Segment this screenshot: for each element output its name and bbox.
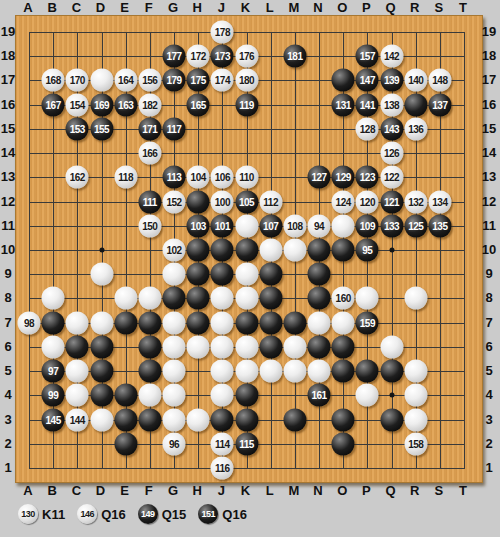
stone-Q17: 139 bbox=[380, 69, 403, 92]
stone-N11: 94 bbox=[308, 214, 331, 237]
row-label-right-18: 18 bbox=[482, 48, 496, 63]
stone-O8: 160 bbox=[332, 287, 355, 310]
col-label-bottom-C: C bbox=[72, 483, 81, 498]
stone-S11: 135 bbox=[428, 214, 451, 237]
stone-R15: 136 bbox=[404, 117, 427, 140]
stone-P8 bbox=[356, 287, 379, 310]
stone-G8 bbox=[163, 287, 186, 310]
row-label-left-18: 18 bbox=[1, 48, 15, 63]
stone-D5 bbox=[90, 360, 113, 383]
row-label-right-16: 16 bbox=[482, 96, 496, 111]
col-label-top-M: M bbox=[288, 0, 299, 15]
stone-D17 bbox=[90, 69, 113, 92]
col-label-top-J: J bbox=[218, 0, 225, 15]
col-label-bottom-F: F bbox=[145, 483, 153, 498]
row-label-right-5: 5 bbox=[485, 363, 492, 378]
stone-Q18: 142 bbox=[380, 45, 403, 68]
stone-F5 bbox=[138, 360, 161, 383]
stone-H3 bbox=[187, 408, 210, 431]
stone-R16 bbox=[404, 93, 427, 116]
stone-H11: 103 bbox=[187, 214, 210, 237]
stone-O11 bbox=[332, 214, 355, 237]
stone-C17: 170 bbox=[66, 69, 89, 92]
stone-F3 bbox=[138, 408, 161, 431]
stone-L11: 107 bbox=[259, 214, 282, 237]
col-label-top-L: L bbox=[266, 0, 274, 15]
stone-G15: 117 bbox=[163, 117, 186, 140]
stone-E3 bbox=[114, 408, 137, 431]
stone-L7 bbox=[259, 311, 282, 334]
stone-G17: 179 bbox=[163, 69, 186, 92]
stone-H7 bbox=[187, 311, 210, 334]
col-label-top-R: R bbox=[410, 0, 419, 15]
stone-R5 bbox=[404, 360, 427, 383]
stone-M18: 181 bbox=[283, 45, 306, 68]
col-label-bottom-Q: Q bbox=[385, 483, 395, 498]
row-label-right-15: 15 bbox=[482, 120, 496, 135]
grid-line-horizontal bbox=[29, 468, 464, 469]
stone-J7 bbox=[211, 311, 234, 334]
row-label-right-11: 11 bbox=[482, 217, 496, 232]
col-label-bottom-T: T bbox=[459, 483, 467, 498]
col-label-bottom-J: J bbox=[218, 483, 225, 498]
stone-E17: 164 bbox=[114, 69, 137, 92]
stone-P12: 120 bbox=[356, 190, 379, 213]
stone-O17 bbox=[332, 69, 355, 92]
col-label-bottom-N: N bbox=[313, 483, 322, 498]
stone-R12: 132 bbox=[404, 190, 427, 213]
stone-N9 bbox=[308, 263, 331, 286]
stone-N7 bbox=[308, 311, 331, 334]
row-label-left-12: 12 bbox=[1, 193, 15, 208]
col-label-top-O: O bbox=[337, 0, 347, 15]
stone-Q3 bbox=[380, 408, 403, 431]
row-label-right-1: 1 bbox=[485, 459, 492, 474]
caption-stone-130: 130 bbox=[18, 504, 38, 524]
stone-R2: 158 bbox=[404, 432, 427, 455]
row-label-right-10: 10 bbox=[482, 241, 496, 256]
stone-O5 bbox=[332, 360, 355, 383]
stone-J4 bbox=[211, 384, 234, 407]
col-label-bottom-E: E bbox=[120, 483, 129, 498]
stone-B4: 99 bbox=[42, 384, 65, 407]
grid-line-vertical bbox=[464, 32, 465, 469]
stone-E4 bbox=[114, 384, 137, 407]
caption-stone-151: 151 bbox=[198, 504, 218, 524]
stone-K10 bbox=[235, 238, 258, 261]
stone-P5 bbox=[356, 360, 379, 383]
stone-K2: 115 bbox=[235, 432, 258, 455]
stone-O2 bbox=[332, 432, 355, 455]
stone-D7 bbox=[90, 311, 113, 334]
stone-M6 bbox=[283, 335, 306, 358]
stone-G3 bbox=[163, 408, 186, 431]
row-label-left-9: 9 bbox=[4, 266, 11, 281]
stone-D3 bbox=[90, 408, 113, 431]
row-label-left-1: 1 bbox=[4, 459, 11, 474]
stone-F8 bbox=[138, 287, 161, 310]
stone-N6 bbox=[308, 335, 331, 358]
row-label-left-10: 10 bbox=[1, 241, 15, 256]
row-label-left-14: 14 bbox=[1, 145, 15, 160]
stone-B17: 168 bbox=[42, 69, 65, 92]
stone-Q6 bbox=[380, 335, 403, 358]
stone-D4 bbox=[90, 384, 113, 407]
stone-C5 bbox=[66, 360, 89, 383]
stone-O12: 124 bbox=[332, 190, 355, 213]
stone-J17: 174 bbox=[211, 69, 234, 92]
stone-Q5 bbox=[380, 360, 403, 383]
stone-M10 bbox=[283, 238, 306, 261]
col-label-bottom-M: M bbox=[288, 483, 299, 498]
col-label-bottom-S: S bbox=[435, 483, 444, 498]
stone-J8 bbox=[211, 287, 234, 310]
stone-B6 bbox=[42, 335, 65, 358]
stone-H8 bbox=[187, 287, 210, 310]
stone-G5 bbox=[163, 360, 186, 383]
stone-J9 bbox=[211, 263, 234, 286]
row-label-right-4: 4 bbox=[485, 387, 492, 402]
col-label-bottom-B: B bbox=[47, 483, 56, 498]
stone-O7 bbox=[332, 311, 355, 334]
row-label-right-6: 6 bbox=[485, 338, 492, 353]
stone-N13: 127 bbox=[308, 166, 331, 189]
stone-H12 bbox=[187, 190, 210, 213]
col-label-top-Q: Q bbox=[385, 0, 395, 15]
stone-F12: 111 bbox=[138, 190, 161, 213]
stone-N5 bbox=[308, 360, 331, 383]
stone-P16: 141 bbox=[356, 93, 379, 116]
stone-K3 bbox=[235, 408, 258, 431]
stone-P18: 157 bbox=[356, 45, 379, 68]
stone-C6 bbox=[66, 335, 89, 358]
stone-E7 bbox=[114, 311, 137, 334]
caption-entry-130: 130K11 bbox=[18, 504, 71, 524]
stone-B3: 145 bbox=[42, 408, 65, 431]
stone-G6 bbox=[163, 335, 186, 358]
stone-K17: 180 bbox=[235, 69, 258, 92]
stone-H13: 104 bbox=[187, 166, 210, 189]
stone-Q14: 126 bbox=[380, 142, 403, 165]
stone-J18: 173 bbox=[211, 45, 234, 68]
stone-N4: 161 bbox=[308, 384, 331, 407]
stone-G18: 177 bbox=[163, 45, 186, 68]
row-label-left-4: 4 bbox=[4, 387, 11, 402]
stone-H16: 165 bbox=[187, 93, 210, 116]
stone-K13: 110 bbox=[235, 166, 258, 189]
stone-C3: 144 bbox=[66, 408, 89, 431]
row-label-left-7: 7 bbox=[4, 314, 11, 329]
stone-J6 bbox=[211, 335, 234, 358]
stone-L9 bbox=[259, 263, 282, 286]
stone-G2: 96 bbox=[163, 432, 186, 455]
stone-Q11: 133 bbox=[380, 214, 403, 237]
col-label-top-T: T bbox=[459, 0, 467, 15]
stone-O13: 129 bbox=[332, 166, 355, 189]
stone-K7 bbox=[235, 311, 258, 334]
stone-G9 bbox=[163, 263, 186, 286]
row-label-right-2: 2 bbox=[485, 435, 492, 450]
stone-L10 bbox=[259, 238, 282, 261]
row-label-right-9: 9 bbox=[485, 266, 492, 281]
stone-K16: 119 bbox=[235, 93, 258, 116]
col-label-top-K: K bbox=[241, 0, 250, 15]
row-label-right-7: 7 bbox=[485, 314, 492, 329]
star-point-Q10 bbox=[389, 247, 394, 252]
row-label-right-17: 17 bbox=[482, 72, 496, 87]
col-label-bottom-K: K bbox=[241, 483, 250, 498]
stone-M5 bbox=[283, 360, 306, 383]
row-label-left-2: 2 bbox=[4, 435, 11, 450]
stone-O16: 131 bbox=[332, 93, 355, 116]
row-label-left-3: 3 bbox=[4, 411, 11, 426]
stone-Q13: 122 bbox=[380, 166, 403, 189]
stone-F11: 150 bbox=[138, 214, 161, 237]
stone-R17: 140 bbox=[404, 69, 427, 92]
stone-F17: 156 bbox=[138, 69, 161, 92]
stone-L8 bbox=[259, 287, 282, 310]
stone-J3 bbox=[211, 408, 234, 431]
stone-G7 bbox=[163, 311, 186, 334]
ko-moves-caption: 130K11146Q16149Q15151Q16 bbox=[18, 504, 253, 524]
stone-R8 bbox=[404, 287, 427, 310]
stone-C13: 162 bbox=[66, 166, 89, 189]
caption-entry-149: 149Q15 bbox=[138, 504, 193, 524]
stone-E16: 163 bbox=[114, 93, 137, 116]
stone-E2 bbox=[114, 432, 137, 455]
stone-D9 bbox=[90, 263, 113, 286]
caption-entry-151: 151Q16 bbox=[198, 504, 253, 524]
row-label-left-13: 13 bbox=[1, 169, 15, 184]
caption-point-130: K11 bbox=[42, 507, 65, 522]
stone-D16: 169 bbox=[90, 93, 113, 116]
col-label-top-S: S bbox=[435, 0, 444, 15]
go-board[interactable]: 1781771721731761811571421681701641561791… bbox=[15, 15, 483, 483]
col-label-top-E: E bbox=[120, 0, 129, 15]
row-label-left-15: 15 bbox=[1, 120, 15, 135]
col-label-bottom-A: A bbox=[23, 483, 32, 498]
stone-G4 bbox=[163, 384, 186, 407]
stone-S16: 137 bbox=[428, 93, 451, 116]
stone-C7 bbox=[66, 311, 89, 334]
stone-K12: 105 bbox=[235, 190, 258, 213]
stone-O10 bbox=[332, 238, 355, 261]
col-label-top-F: F bbox=[145, 0, 153, 15]
stone-P10: 95 bbox=[356, 238, 379, 261]
stone-H9 bbox=[187, 263, 210, 286]
col-label-top-A: A bbox=[23, 0, 32, 15]
row-label-right-19: 19 bbox=[482, 24, 496, 39]
col-label-bottom-G: G bbox=[168, 483, 178, 498]
stone-J11: 101 bbox=[211, 214, 234, 237]
stone-K9 bbox=[235, 263, 258, 286]
star-point-Q4 bbox=[389, 393, 394, 398]
stone-G12: 152 bbox=[163, 190, 186, 213]
stone-K5 bbox=[235, 360, 258, 383]
stone-D6 bbox=[90, 335, 113, 358]
stone-C15: 153 bbox=[66, 117, 89, 140]
col-label-top-G: G bbox=[168, 0, 178, 15]
stone-O3 bbox=[332, 408, 355, 431]
stone-L5 bbox=[259, 360, 282, 383]
stone-R3 bbox=[404, 408, 427, 431]
col-label-bottom-O: O bbox=[337, 483, 347, 498]
stone-Q15: 143 bbox=[380, 117, 403, 140]
stone-Q12: 121 bbox=[380, 190, 403, 213]
stone-J10 bbox=[211, 238, 234, 261]
row-label-left-16: 16 bbox=[1, 96, 15, 111]
row-label-right-14: 14 bbox=[482, 145, 496, 160]
stone-H10 bbox=[187, 238, 210, 261]
row-label-left-17: 17 bbox=[1, 72, 15, 87]
col-label-top-B: B bbox=[47, 0, 56, 15]
stone-P7: 159 bbox=[356, 311, 379, 334]
stone-H18: 172 bbox=[187, 45, 210, 68]
stone-F16: 182 bbox=[138, 93, 161, 116]
stone-P4 bbox=[356, 384, 379, 407]
stone-B8 bbox=[42, 287, 65, 310]
row-label-right-8: 8 bbox=[485, 290, 492, 305]
stone-F7 bbox=[138, 311, 161, 334]
stone-F15: 171 bbox=[138, 117, 161, 140]
row-label-left-19: 19 bbox=[1, 24, 15, 39]
stone-J13: 106 bbox=[211, 166, 234, 189]
stone-H6 bbox=[187, 335, 210, 358]
stone-M11: 108 bbox=[283, 214, 306, 237]
stone-K4 bbox=[235, 384, 258, 407]
stone-B7 bbox=[42, 311, 65, 334]
row-label-right-12: 12 bbox=[482, 193, 496, 208]
stone-E8 bbox=[114, 287, 137, 310]
stone-H17: 175 bbox=[187, 69, 210, 92]
col-label-top-C: C bbox=[72, 0, 81, 15]
col-label-bottom-H: H bbox=[192, 483, 201, 498]
stone-C16: 154 bbox=[66, 93, 89, 116]
stone-P13: 123 bbox=[356, 166, 379, 189]
stone-L6 bbox=[259, 335, 282, 358]
stone-N8 bbox=[308, 287, 331, 310]
stone-F6 bbox=[138, 335, 161, 358]
col-label-bottom-R: R bbox=[410, 483, 419, 498]
stone-F14: 166 bbox=[138, 142, 161, 165]
caption-stone-149: 149 bbox=[138, 504, 158, 524]
stone-N10 bbox=[308, 238, 331, 261]
stone-K11 bbox=[235, 214, 258, 237]
stone-K8 bbox=[235, 287, 258, 310]
stone-B5: 97 bbox=[42, 360, 65, 383]
caption-entry-146: 146Q16 bbox=[77, 504, 132, 524]
stone-P17: 147 bbox=[356, 69, 379, 92]
stone-J12: 100 bbox=[211, 190, 234, 213]
stone-B16: 167 bbox=[42, 93, 65, 116]
caption-point-146: Q16 bbox=[101, 507, 126, 522]
row-label-left-8: 8 bbox=[4, 290, 11, 305]
stone-J5 bbox=[211, 360, 234, 383]
row-label-right-3: 3 bbox=[485, 411, 492, 426]
stone-P15: 128 bbox=[356, 117, 379, 140]
stone-S12: 134 bbox=[428, 190, 451, 213]
stone-R4 bbox=[404, 384, 427, 407]
col-label-bottom-P: P bbox=[362, 483, 371, 498]
stone-L12: 112 bbox=[259, 190, 282, 213]
stone-J2: 114 bbox=[211, 432, 234, 455]
col-label-top-N: N bbox=[313, 0, 322, 15]
col-label-bottom-D: D bbox=[96, 483, 105, 498]
col-label-top-D: D bbox=[96, 0, 105, 15]
stone-M3 bbox=[283, 408, 306, 431]
stone-J1: 116 bbox=[211, 456, 234, 479]
caption-point-151: Q16 bbox=[222, 507, 247, 522]
stone-D15: 155 bbox=[90, 117, 113, 140]
stone-O6 bbox=[332, 335, 355, 358]
stone-K6 bbox=[235, 335, 258, 358]
stone-J19: 178 bbox=[211, 21, 234, 44]
stone-R11: 125 bbox=[404, 214, 427, 237]
star-point-D10 bbox=[99, 247, 104, 252]
stone-K18: 176 bbox=[235, 45, 258, 68]
col-label-top-P: P bbox=[362, 0, 371, 15]
row-label-right-13: 13 bbox=[482, 169, 496, 184]
col-label-bottom-L: L bbox=[266, 483, 274, 498]
stone-P11: 109 bbox=[356, 214, 379, 237]
row-label-left-5: 5 bbox=[4, 363, 11, 378]
caption-point-149: Q15 bbox=[162, 507, 187, 522]
stone-A7: 98 bbox=[18, 311, 41, 334]
stone-M7 bbox=[283, 311, 306, 334]
stone-G10: 102 bbox=[163, 238, 186, 261]
stone-E13: 118 bbox=[114, 166, 137, 189]
stone-G13: 113 bbox=[163, 166, 186, 189]
stone-Q16: 138 bbox=[380, 93, 403, 116]
row-label-left-6: 6 bbox=[4, 338, 11, 353]
col-label-top-H: H bbox=[192, 0, 201, 15]
go-diagram-page: 1781771721731761811571421681701641561791… bbox=[0, 0, 500, 537]
row-label-left-11: 11 bbox=[1, 217, 15, 232]
caption-stone-146: 146 bbox=[77, 504, 97, 524]
stone-F4 bbox=[138, 384, 161, 407]
stone-C4 bbox=[66, 384, 89, 407]
stone-S17: 148 bbox=[428, 69, 451, 92]
